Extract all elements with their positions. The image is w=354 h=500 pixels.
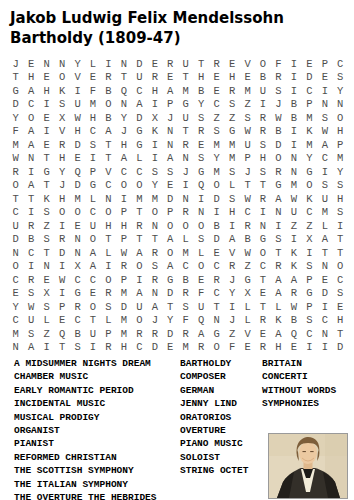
grid-cell-r18c11: D	[163, 287, 178, 301]
grid-cell-r5c12: U	[178, 111, 193, 125]
grid-cell-r5c7: B	[101, 111, 116, 125]
grid-cell-r20c18: K	[271, 314, 286, 328]
grid-cell-r3c4: K	[54, 84, 69, 98]
grid-cell-r15c13: L	[193, 246, 208, 260]
grid-cell-r7c1: M	[8, 138, 23, 152]
grid-cell-r20c13: Q	[193, 314, 208, 328]
grid-cell-r11c12: N	[178, 192, 193, 206]
grid-cell-r7c8: H	[116, 138, 131, 152]
grid-cell-r1c11: R	[163, 57, 178, 71]
grid-cell-r19c12: S	[178, 300, 193, 314]
grid-cell-r4c1: D	[8, 98, 23, 112]
grid-cell-r10c19: M	[286, 179, 301, 193]
grid-cell-r21c5: B	[70, 327, 85, 341]
grid-cell-r12c10: O	[147, 206, 162, 220]
grid-cell-r14c8: P	[116, 233, 131, 247]
page-title: Jakob Ludwig Felix MendelssohnBartholdy …	[10, 8, 344, 48]
grid-cell-r4c13: Y	[193, 98, 208, 112]
grid-cell-r6c12: T	[178, 125, 193, 139]
grid-cell-r11c7: N	[101, 192, 116, 206]
grid-cell-r17c16: G	[240, 273, 255, 287]
grid-cell-r13c7: H	[101, 219, 116, 233]
grid-cell-r15c20: I	[302, 246, 317, 260]
grid-cell-r20c16: L	[240, 314, 255, 328]
grid-cell-r6c6: C	[85, 125, 100, 139]
grid-cell-r12c5: O	[70, 206, 85, 220]
grid-cell-r6c8: J	[116, 125, 131, 139]
grid-cell-r5c13: S	[193, 111, 208, 125]
grid-cell-r3c9: C	[132, 84, 147, 98]
grid-cell-r19c17: T	[255, 300, 270, 314]
grid-cell-r16c4: I	[54, 260, 69, 274]
grid-cell-r20c8: M	[116, 314, 131, 328]
grid-cell-r22c1: N	[8, 341, 23, 355]
word-list-item: BRITAIN	[262, 357, 336, 370]
grid-cell-r6c22: H	[333, 125, 348, 139]
word-list-item: STRING OCTET	[180, 464, 248, 477]
grid-cell-r3c21: I	[317, 84, 332, 98]
grid-cell-r12c13: N	[193, 206, 208, 220]
grid-cell-r12c12: R	[178, 206, 193, 220]
grid-cell-r21c1: M	[8, 327, 23, 341]
grid-cell-r1c6: L	[85, 57, 100, 71]
grid-cell-r10c4: J	[54, 179, 69, 193]
grid-cell-r6c14: S	[209, 125, 224, 139]
grid-cell-r3c20: C	[302, 84, 317, 98]
grid-cell-r4c8: N	[116, 98, 131, 112]
grid-cell-r1c16: V	[240, 57, 255, 71]
grid-cell-r14c6: O	[85, 233, 100, 247]
grid-cell-r20c11: Y	[163, 314, 178, 328]
grid-cell-r13c3: Z	[39, 219, 54, 233]
grid-cell-r19c22: E	[333, 300, 348, 314]
grid-cell-r4c4: S	[54, 98, 69, 112]
grid-cell-r17c19: A	[286, 273, 301, 287]
grid-cell-r12c21: M	[317, 206, 332, 220]
word-list-item: GERMAN	[180, 384, 248, 397]
grid-cell-r21c15: Z	[224, 327, 239, 341]
grid-cell-r5c6: H	[85, 111, 100, 125]
grid-cell-r16c9: O	[132, 260, 147, 274]
grid-cell-r22c19: E	[286, 341, 301, 355]
grid-cell-r19c2: W	[23, 300, 38, 314]
grid-cell-r11c21: U	[317, 192, 332, 206]
grid-cell-r6c3: I	[39, 125, 54, 139]
grid-cell-r16c5: X	[70, 260, 85, 274]
grid-cell-r8c16: P	[240, 152, 255, 166]
grid-cell-r2c12: T	[178, 71, 193, 85]
grid-cell-r17c17: T	[255, 273, 270, 287]
grid-cell-r9c18: R	[271, 165, 286, 179]
grid-cell-r2c18: R	[271, 71, 286, 85]
grid-cell-r15c15: V	[224, 246, 239, 260]
grid-cell-r10c22: S	[333, 179, 348, 193]
grid-cell-r15c7: L	[101, 246, 116, 260]
grid-cell-r15c12: M	[178, 246, 193, 260]
word-list-item: BARTHOLDY	[180, 357, 248, 370]
grid-cell-r18c8: M	[116, 287, 131, 301]
grid-cell-r9c19: N	[286, 165, 301, 179]
grid-cell-r21c21: N	[317, 327, 332, 341]
grid-cell-r13c17: N	[255, 219, 270, 233]
grid-cell-r11c5: M	[70, 192, 85, 206]
grid-cell-r17c6: C	[85, 273, 100, 287]
grid-cell-r7c15: M	[224, 138, 239, 152]
grid-cell-r6c16: W	[240, 125, 255, 139]
grid-cell-r2c6: E	[85, 71, 100, 85]
grid-cell-r18c14: C	[209, 287, 224, 301]
grid-cell-r11c19: W	[286, 192, 301, 206]
word-list-item: ORGANIST	[14, 424, 157, 437]
grid-cell-r9c7: V	[101, 165, 116, 179]
grid-cell-r11c1: T	[8, 192, 23, 206]
word-list-item: REFORMED CHRISTIAN	[14, 451, 157, 464]
grid-cell-r1c1: J	[8, 57, 23, 71]
grid-cell-r22c11: E	[163, 341, 178, 355]
grid-cell-r17c14: R	[209, 273, 224, 287]
grid-cell-r13c22: I	[333, 219, 348, 233]
grid-cell-r16c16: Z	[240, 260, 255, 274]
grid-cell-r18c16: X	[240, 287, 255, 301]
grid-cell-r8c1: W	[8, 152, 23, 166]
grid-cell-r18c12: R	[178, 287, 193, 301]
grid-cell-r5c18: W	[271, 111, 286, 125]
grid-cell-r1c19: I	[286, 57, 301, 71]
grid-cell-r21c9: R	[132, 327, 147, 341]
grid-cell-r1c18: F	[271, 57, 286, 71]
grid-cell-r13c20: Z	[302, 219, 317, 233]
grid-cell-r11c22: H	[333, 192, 348, 206]
word-list-item: COMPOSER	[180, 370, 248, 383]
grid-cell-r15c19: K	[286, 246, 301, 260]
grid-cell-r16c20: S	[302, 260, 317, 274]
grid-cell-r11c16: W	[240, 192, 255, 206]
grid-cell-r18c3: X	[39, 287, 54, 301]
mendelssohn-portrait-image	[269, 434, 347, 498]
grid-cell-r21c2: S	[23, 327, 38, 341]
grid-cell-r4c12: G	[178, 98, 193, 112]
grid-cell-r13c19: Z	[286, 219, 301, 233]
grid-cell-r3c12: M	[178, 84, 193, 98]
mendelssohn-portrait	[268, 433, 348, 499]
grid-cell-r15c14: E	[209, 246, 224, 260]
grid-cell-r19c16: L	[240, 300, 255, 314]
grid-cell-r9c10: S	[147, 165, 162, 179]
grid-cell-r6c21: W	[317, 125, 332, 139]
grid-cell-r19c1: Y	[8, 300, 23, 314]
grid-cell-r22c9: C	[132, 341, 147, 355]
grid-cell-r4c11: P	[163, 98, 178, 112]
grid-cell-r2c14: E	[209, 71, 224, 85]
grid-cell-r8c4: H	[54, 152, 69, 166]
grid-cell-r7c20: M	[302, 138, 317, 152]
grid-cell-r20c4: E	[54, 314, 69, 328]
grid-cell-r15c9: A	[132, 246, 147, 260]
grid-cell-r2c1: T	[8, 71, 23, 85]
grid-cell-r20c17: R	[255, 314, 270, 328]
grid-cell-r6c19: I	[286, 125, 301, 139]
grid-cell-r12c2: I	[23, 206, 38, 220]
grid-cell-r8c7: T	[101, 152, 116, 166]
grid-cell-r21c3: Z	[39, 327, 54, 341]
grid-cell-r3c19: I	[286, 84, 301, 98]
grid-cell-r19c13: U	[193, 300, 208, 314]
grid-cell-r11c6: L	[85, 192, 100, 206]
worksheet-page: Jakob Ludwig Felix MendelssohnBartholdy …	[0, 0, 354, 500]
grid-cell-r15c2: C	[23, 246, 38, 260]
grid-cell-r21c14: G	[209, 327, 224, 341]
grid-cell-r9c6: P	[85, 165, 100, 179]
grid-cell-r8c2: N	[23, 152, 38, 166]
grid-cell-r16c10: S	[147, 260, 162, 274]
grid-cell-r18c10: N	[147, 287, 162, 301]
grid-cell-r8c14: Y	[209, 152, 224, 166]
word-list-item: OVERTURE	[180, 424, 248, 437]
grid-cell-r11c15: S	[224, 192, 239, 206]
grid-cell-r4c9: A	[132, 98, 147, 112]
grid-cell-r13c21: L	[317, 219, 332, 233]
grid-cell-r5c4: X	[54, 111, 69, 125]
grid-cell-r17c15: J	[224, 273, 239, 287]
word-list-item: CHAMBER MUSIC	[14, 370, 157, 383]
grid-cell-r10c9: O	[132, 179, 147, 193]
grid-cell-r20c9: O	[132, 314, 147, 328]
grid-cell-r12c7: O	[101, 206, 116, 220]
grid-cell-r8c12: N	[178, 152, 193, 166]
grid-cell-r18c9: A	[132, 287, 147, 301]
grid-cell-r15c6: A	[85, 246, 100, 260]
grid-cell-r3c2: A	[23, 84, 38, 98]
grid-cell-r13c6: U	[85, 219, 100, 233]
grid-cell-r1c3: N	[39, 57, 54, 71]
grid-cell-r17c22: C	[333, 273, 348, 287]
word-list-item: PIANO MUSIC	[180, 437, 248, 450]
word-list-item: WITHOUT WORDS	[262, 384, 336, 397]
grid-cell-r12c6: C	[85, 206, 100, 220]
word-list-column-2: BARTHOLDYCOMPOSERGERMANJENNY LINDORATORI…	[180, 357, 248, 478]
grid-cell-r19c15: I	[224, 300, 239, 314]
grid-cell-r20c14: N	[209, 314, 224, 328]
grid-cell-r6c4: V	[54, 125, 69, 139]
grid-cell-r22c20: I	[302, 341, 317, 355]
grid-cell-r2c17: B	[255, 71, 270, 85]
grid-cell-r13c10: N	[147, 219, 162, 233]
grid-cell-r5c8: Y	[116, 111, 131, 125]
word-list-item: PIANIST	[14, 437, 157, 450]
grid-cell-r21c18: A	[271, 327, 286, 341]
word-search-grid: JENNYLINDERUTREVOFIEPCTHEOVERTURETHEHEBR…	[8, 57, 348, 354]
grid-cell-r17c10: R	[147, 273, 162, 287]
grid-cell-r18c15: Y	[224, 287, 239, 301]
grid-cell-r14c4: R	[54, 233, 69, 247]
word-list-item: THE SCOTTISH SYMPHONY	[14, 464, 157, 477]
grid-cell-r19c14: T	[209, 300, 224, 314]
grid-cell-r22c4: T	[54, 341, 69, 355]
grid-cell-r11c11: D	[163, 192, 178, 206]
grid-cell-r3c15: R	[224, 84, 239, 98]
grid-cell-r1c21: P	[317, 57, 332, 71]
grid-cell-r17c13: E	[193, 273, 208, 287]
grid-cell-r2c15: H	[224, 71, 239, 85]
grid-cell-r1c8: N	[116, 57, 131, 71]
grid-cell-r14c16: B	[240, 233, 255, 247]
grid-cell-r6c2: A	[23, 125, 38, 139]
grid-cell-r21c8: M	[116, 327, 131, 341]
grid-cell-r16c1: O	[8, 260, 23, 274]
grid-cell-r17c20: P	[302, 273, 317, 287]
grid-cell-r9c21: I	[317, 165, 332, 179]
grid-cell-r15c21: T	[317, 246, 332, 260]
grid-cell-r2c2: H	[23, 71, 38, 85]
grid-cell-r19c21: I	[317, 300, 332, 314]
grid-cell-r1c7: I	[101, 57, 116, 71]
grid-cell-r7c16: U	[240, 138, 255, 152]
grid-cell-r20c19: B	[286, 314, 301, 328]
grid-cell-r4c10: I	[147, 98, 162, 112]
grid-cell-r14c15: A	[224, 233, 239, 247]
grid-cell-r22c18: H	[271, 341, 286, 355]
grid-cell-r14c11: A	[163, 233, 178, 247]
grid-cell-r10c13: Q	[193, 179, 208, 193]
grid-cell-r3c7: B	[101, 84, 116, 98]
grid-cell-r8c3: T	[39, 152, 54, 166]
grid-cell-r4c18: J	[271, 98, 286, 112]
grid-cell-r16c13: O	[193, 260, 208, 274]
grid-cell-r19c10: A	[147, 300, 162, 314]
grid-cell-r10c15: L	[224, 179, 239, 193]
grid-cell-r5c19: B	[286, 111, 301, 125]
grid-cell-r5c9: D	[132, 111, 147, 125]
grid-cell-r2c8: T	[116, 71, 131, 85]
grid-cell-r8c17: H	[255, 152, 270, 166]
word-list-item: MUSICAL PRODIGY	[14, 411, 157, 424]
grid-cell-r19c6: O	[85, 300, 100, 314]
grid-cell-r17c3: E	[39, 273, 54, 287]
grid-cell-r16c8: R	[116, 260, 131, 274]
grid-cell-r1c5: Y	[70, 57, 85, 71]
grid-cell-r7c13: E	[193, 138, 208, 152]
grid-cell-r8c8: A	[116, 152, 131, 166]
grid-cell-r7c22: P	[333, 138, 348, 152]
grid-cell-r1c15: E	[224, 57, 239, 71]
grid-cell-r15c10: R	[147, 246, 162, 260]
grid-cell-r3c16: M	[240, 84, 255, 98]
grid-cell-r18c13: F	[193, 287, 208, 301]
grid-cell-r3c10: H	[147, 84, 162, 98]
grid-cell-r8c10: I	[147, 152, 162, 166]
grid-cell-r4c5: U	[70, 98, 85, 112]
grid-cell-r9c11: S	[163, 165, 178, 179]
grid-cell-r21c12: R	[178, 327, 193, 341]
grid-cell-r10c16: T	[240, 179, 255, 193]
grid-cell-r17c21: E	[317, 273, 332, 287]
grid-cell-r18c17: E	[255, 287, 270, 301]
grid-cell-r17c11: G	[163, 273, 178, 287]
word-list-item: ORATORIOS	[180, 411, 248, 424]
grid-cell-r19c5: R	[70, 300, 85, 314]
grid-cell-r10c3: T	[39, 179, 54, 193]
grid-cell-r1c4: N	[54, 57, 69, 71]
grid-cell-r1c20: E	[302, 57, 317, 71]
grid-cell-r16c19: K	[286, 260, 301, 274]
grid-cell-r7c2: A	[23, 138, 38, 152]
grid-cell-r4c15: S	[224, 98, 239, 112]
grid-cell-r20c7: L	[101, 314, 116, 328]
grid-cell-r19c8: D	[116, 300, 131, 314]
grid-cell-r9c14: M	[209, 165, 224, 179]
grid-cell-r15c18: T	[271, 246, 286, 260]
grid-cell-r5c5: W	[70, 111, 85, 125]
grid-cell-r14c7: T	[101, 233, 116, 247]
grid-cell-r21c22: T	[333, 327, 348, 341]
grid-cell-r16c7: I	[101, 260, 116, 274]
grid-cell-r6c7: A	[101, 125, 116, 139]
grid-cell-r22c22: D	[333, 341, 348, 355]
grid-cell-r9c17: S	[255, 165, 270, 179]
grid-cell-r16c3: N	[39, 260, 54, 274]
grid-cell-r6c15: G	[224, 125, 239, 139]
grid-cell-r15c16: W	[240, 246, 255, 260]
grid-cell-r13c1: U	[8, 219, 23, 233]
grid-cell-r10c5: D	[70, 179, 85, 193]
grid-cell-r1c14: R	[209, 57, 224, 71]
grid-cell-r14c5: N	[70, 233, 85, 247]
grid-cell-r9c13: G	[193, 165, 208, 179]
grid-cell-r11c10: M	[147, 192, 162, 206]
grid-cell-r1c17: O	[255, 57, 270, 71]
grid-cell-r5c11: J	[163, 111, 178, 125]
grid-cell-r2c22: S	[333, 71, 348, 85]
grid-cell-r5c2: O	[23, 111, 38, 125]
grid-cell-r7c11: N	[163, 138, 178, 152]
grid-cell-r9c4: Y	[54, 165, 69, 179]
grid-cell-r9c16: J	[240, 165, 255, 179]
grid-cell-r12c22: S	[333, 206, 348, 220]
grid-cell-r19c9: U	[132, 300, 147, 314]
grid-cell-r8c20: Y	[302, 152, 317, 166]
grid-cell-r13c11: O	[163, 219, 178, 233]
grid-cell-r12c16: C	[240, 206, 255, 220]
grid-cell-r2c10: R	[147, 71, 162, 85]
grid-cell-r7c5: D	[70, 138, 85, 152]
grid-cell-r2c5: V	[70, 71, 85, 85]
grid-cell-r13c18: I	[271, 219, 286, 233]
grid-cell-r2c16: E	[240, 71, 255, 85]
grid-cell-r16c15: R	[224, 260, 239, 274]
grid-cell-r11c3: K	[39, 192, 54, 206]
grid-cell-r3c17: U	[255, 84, 270, 98]
grid-cell-r2c4: O	[54, 71, 69, 85]
grid-cell-r4c3: I	[39, 98, 54, 112]
grid-cell-r16c12: C	[178, 260, 193, 274]
grid-cell-r10c8: O	[116, 179, 131, 193]
grid-cell-r4c19: B	[286, 98, 301, 112]
grid-cell-r1c10: E	[147, 57, 162, 71]
grid-cell-r3c11: A	[163, 84, 178, 98]
grid-cell-r10c12: I	[178, 179, 193, 193]
grid-cell-r7c17: S	[255, 138, 270, 152]
grid-cell-r1c9: D	[132, 57, 147, 71]
grid-cell-r8c5: E	[70, 152, 85, 166]
grid-cell-r16c11: A	[163, 260, 178, 274]
grid-cell-r6c10: K	[147, 125, 162, 139]
grid-cell-r17c4: W	[54, 273, 69, 287]
grid-cell-r18c19: R	[286, 287, 301, 301]
grid-cell-r21c6: U	[85, 327, 100, 341]
grid-cell-r6c20: K	[302, 125, 317, 139]
grid-cell-r22c14: O	[209, 341, 224, 355]
grid-cell-r18c7: R	[101, 287, 116, 301]
